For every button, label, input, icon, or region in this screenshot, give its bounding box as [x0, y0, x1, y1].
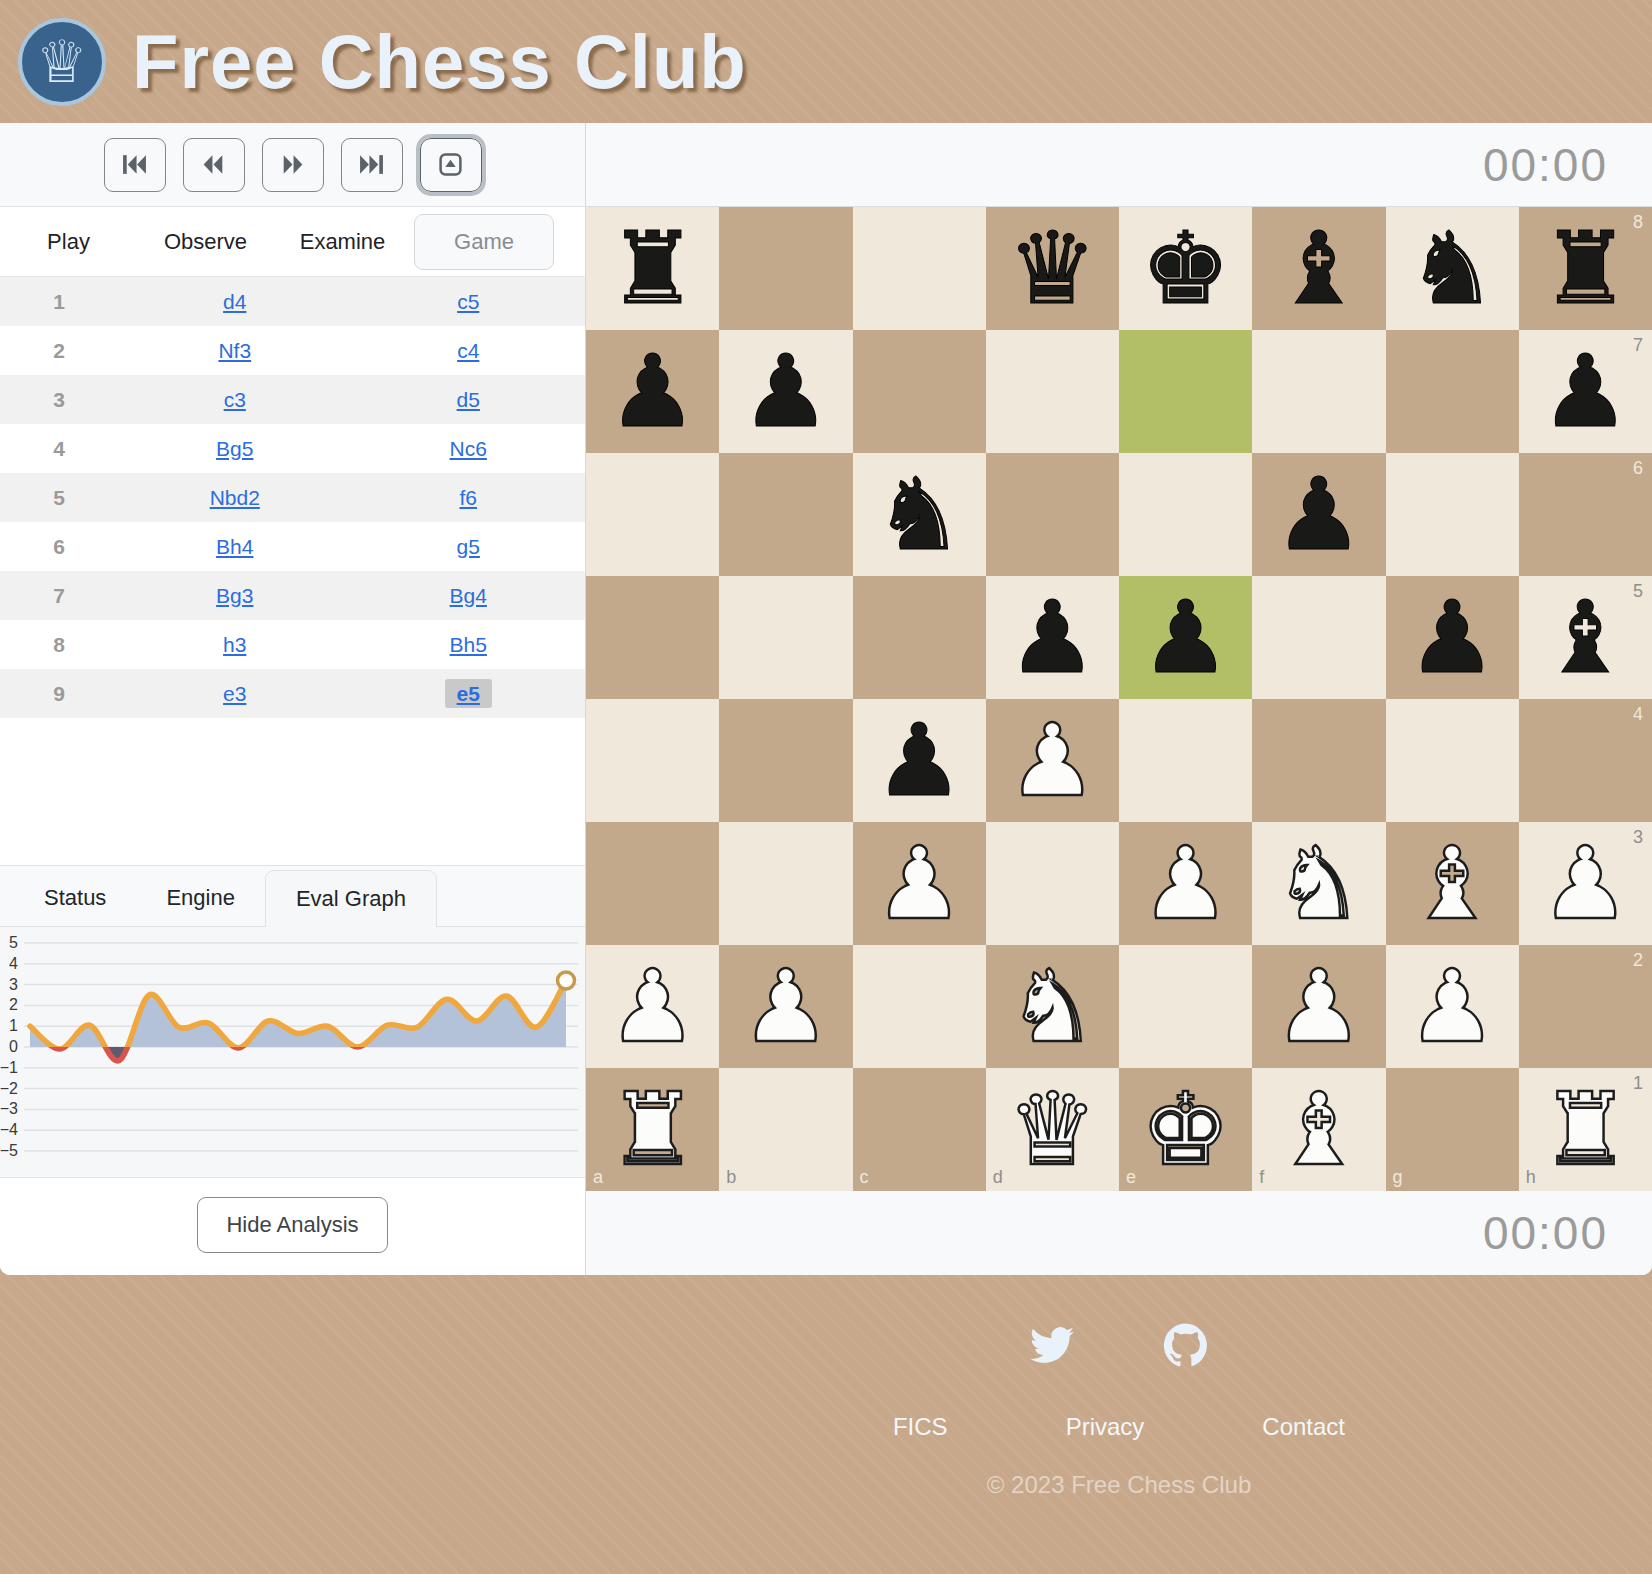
rank-label-7: 7 — [1633, 335, 1643, 356]
black-pawn: ♟ — [1141, 588, 1231, 688]
tab-engine[interactable]: Engine — [136, 870, 265, 926]
square-a5[interactable] — [586, 576, 719, 699]
move-row: 4Bg5Nc6 — [0, 424, 585, 473]
square-f7[interactable] — [1252, 330, 1385, 453]
move-cell: Bg5 — [118, 437, 352, 461]
tab-game[interactable]: Game — [411, 214, 557, 270]
footer-link-fics[interactable]: FICS — [893, 1413, 948, 1441]
black-queen: ♛ — [1008, 219, 1098, 319]
svg-text:−5: −5 — [0, 1142, 18, 1159]
move-cell: d5 — [352, 388, 586, 412]
move-cell: e5 — [352, 682, 586, 706]
rank-label-4: 4 — [1633, 704, 1643, 725]
square-d2[interactable]: ♞ — [986, 945, 1119, 1068]
square-h8[interactable]: 8♜ — [1519, 207, 1652, 330]
eval-current-marker[interactable] — [558, 972, 575, 989]
file-label-f: f — [1259, 1167, 1264, 1188]
square-a6[interactable] — [586, 453, 719, 576]
move-cell: Bh4 — [118, 535, 352, 559]
white-pawn: ♟ — [741, 957, 831, 1057]
black-rook: ♜ — [1541, 219, 1631, 319]
move-cell: Nbd2 — [118, 486, 352, 510]
black-knight: ♞ — [1407, 219, 1497, 319]
square-c7[interactable] — [853, 330, 986, 453]
square-g6[interactable] — [1386, 453, 1519, 576]
app-title: Free Chess Club — [132, 18, 747, 105]
previous-move-icon — [200, 152, 227, 177]
black-bishop: ♝ — [1274, 219, 1364, 319]
black-pawn: ♟ — [741, 342, 831, 442]
file-label-g: g — [1393, 1167, 1403, 1188]
square-b2[interactable]: ♟ — [719, 945, 852, 1068]
square-c6[interactable]: ♞ — [853, 453, 986, 576]
move-cell: h3 — [118, 633, 352, 657]
square-d3[interactable] — [986, 822, 1119, 945]
previous-move-button[interactable] — [183, 138, 245, 192]
black-pawn: ♟ — [608, 342, 698, 442]
analysis-tabs: Status Engine Eval Graph — [0, 865, 585, 927]
square-a1[interactable]: a♜ — [586, 1068, 719, 1191]
move-link[interactable]: c5 — [457, 290, 479, 313]
file-label-a: a — [593, 1167, 603, 1188]
white-queen: ♛ — [1008, 1080, 1098, 1180]
square-h1[interactable]: 1h♜ — [1519, 1068, 1652, 1191]
square-e3[interactable]: ♟ — [1119, 822, 1252, 945]
square-a2[interactable]: ♟ — [586, 945, 719, 1068]
move-cell: Nc6 — [352, 437, 586, 461]
move-row: 8h3Bh5 — [0, 620, 585, 669]
square-e4[interactable] — [1119, 699, 1252, 822]
square-d7[interactable] — [986, 330, 1119, 453]
move-link[interactable]: Bh4 — [216, 535, 253, 558]
move-cell: c3 — [118, 388, 352, 412]
rank-label-5: 5 — [1633, 581, 1643, 602]
square-d4[interactable]: ♟ — [986, 699, 1119, 822]
white-bishop: ♝ — [1274, 1080, 1364, 1180]
svg-text:−1: −1 — [0, 1059, 18, 1076]
move-cell: Bh5 — [352, 633, 586, 657]
move-link[interactable]: g5 — [457, 535, 480, 558]
footer-link-contact[interactable]: Contact — [1262, 1413, 1345, 1441]
square-h7[interactable]: 7♟ — [1519, 330, 1652, 453]
square-d6[interactable] — [986, 453, 1119, 576]
black-pawn: ♟ — [1541, 342, 1631, 442]
square-c4[interactable]: ♟ — [853, 699, 986, 822]
move-link[interactable]: c3 — [224, 388, 246, 411]
move-link[interactable]: c4 — [457, 339, 479, 362]
svg-text:4: 4 — [9, 955, 18, 972]
white-rook: ♜ — [608, 1080, 698, 1180]
board-panel: 00:00 ♜♛♚♝♞8♜♟♟7♟♞♟6♟♟♟5♝♟♟4♟♟♞♝3♟♟♟♞♟♟2… — [586, 123, 1652, 1275]
svg-text:−4: −4 — [0, 1121, 18, 1138]
tab-examine[interactable]: Examine — [274, 229, 411, 255]
move-number: 3 — [0, 388, 118, 412]
file-label-h: h — [1526, 1167, 1536, 1188]
square-f4[interactable] — [1252, 699, 1385, 822]
page-footer: FICS Privacy Contact © 2023 Free Chess C… — [0, 1275, 1652, 1574]
svg-text:2: 2 — [9, 996, 18, 1013]
move-link[interactable]: Bg5 — [216, 437, 253, 460]
white-pawn: ♟ — [1008, 711, 1098, 811]
square-c3[interactable]: ♟ — [853, 822, 986, 945]
file-label-d: d — [993, 1167, 1003, 1188]
square-a8[interactable]: ♜ — [586, 207, 719, 330]
copyright-text: © 2023 Free Chess Club — [987, 1471, 1251, 1499]
square-e1[interactable]: e♚ — [1119, 1068, 1252, 1191]
white-pawn: ♟ — [1407, 957, 1497, 1057]
move-link[interactable]: f6 — [459, 486, 477, 509]
square-c8[interactable] — [853, 207, 986, 330]
square-d1[interactable]: d♛ — [986, 1068, 1119, 1191]
square-h2[interactable]: 2 — [1519, 945, 1652, 1068]
mode-tabs: Play Observe Examine Game — [0, 207, 585, 277]
svg-text:1: 1 — [9, 1017, 18, 1034]
move-cell: d4 — [118, 290, 352, 314]
move-link[interactable]: d4 — [223, 290, 246, 313]
white-pawn: ♟ — [608, 957, 698, 1057]
black-knight: ♞ — [874, 465, 964, 565]
white-king: ♚ — [1141, 1080, 1231, 1180]
square-b6[interactable] — [719, 453, 852, 576]
black-pawn: ♟ — [874, 711, 964, 811]
black-pawn: ♟ — [1407, 588, 1497, 688]
black-bishop: ♝ — [1541, 588, 1631, 688]
black-clock: 00:00 — [1483, 138, 1608, 192]
square-g5[interactable]: ♟ — [1386, 576, 1519, 699]
rank-label-1: 1 — [1633, 1073, 1643, 1094]
svg-text:0: 0 — [9, 1038, 18, 1055]
top-clock-bar: 00:00 — [586, 123, 1652, 207]
black-pawn: ♟ — [1274, 465, 1364, 565]
move-number: 4 — [0, 437, 118, 461]
eval-graph-svg: 543210−1−2−3−4−5 — [0, 927, 586, 1177]
skip-to-last-icon — [358, 152, 385, 177]
white-bishop: ♝ — [1407, 834, 1497, 934]
move-cell: e3 — [118, 682, 352, 706]
move-number: 5 — [0, 486, 118, 510]
rank-label-6: 6 — [1633, 458, 1643, 479]
move-cell: f6 — [352, 486, 586, 510]
white-pawn: ♟ — [874, 834, 964, 934]
white-knight: ♞ — [1008, 957, 1098, 1057]
next-move-button[interactable] — [262, 138, 324, 192]
square-g8[interactable]: ♞ — [1386, 207, 1519, 330]
move-cell: Bg3 — [118, 584, 352, 608]
move-link[interactable]: Nf3 — [218, 339, 251, 362]
move-cell: c5 — [352, 290, 586, 314]
square-b7[interactable]: ♟ — [719, 330, 852, 453]
square-g2[interactable]: ♟ — [1386, 945, 1519, 1068]
svg-text:3: 3 — [9, 976, 18, 993]
crown-icon: ♕ — [18, 18, 106, 106]
square-d8[interactable]: ♛ — [986, 207, 1119, 330]
square-b4[interactable] — [719, 699, 852, 822]
eject-board-button[interactable] — [420, 138, 482, 192]
svg-text:−2: −2 — [0, 1080, 18, 1097]
move-number: 8 — [0, 633, 118, 657]
square-c5[interactable] — [853, 576, 986, 699]
svg-text:5: 5 — [9, 934, 18, 951]
move-row: 5Nbd2f6 — [0, 473, 585, 522]
square-f5[interactable] — [1252, 576, 1385, 699]
white-knight: ♞ — [1274, 834, 1364, 934]
square-f2[interactable]: ♟ — [1252, 945, 1385, 1068]
file-label-b: b — [726, 1167, 736, 1188]
black-rook: ♜ — [608, 219, 698, 319]
square-f3[interactable]: ♞ — [1252, 822, 1385, 945]
footer-link-privacy[interactable]: Privacy — [1066, 1413, 1145, 1441]
move-row: 1d4c5 — [0, 277, 585, 326]
square-f8[interactable]: ♝ — [1252, 207, 1385, 330]
move-row: 7Bg3Bg4 — [0, 571, 585, 620]
move-link[interactable]: e5 — [445, 679, 492, 708]
move-link[interactable]: h3 — [223, 633, 246, 656]
square-a3[interactable] — [586, 822, 719, 945]
square-g1[interactable]: g — [1386, 1068, 1519, 1191]
skip-to-first-icon — [121, 152, 148, 177]
move-navigation-toolbar — [0, 123, 585, 207]
move-link[interactable]: Bg3 — [216, 584, 253, 607]
move-list: 1d4c52Nf3c43c3d54Bg5Nc65Nbd2f66Bh4g57Bg3… — [0, 277, 585, 718]
move-link[interactable]: e3 — [223, 682, 246, 705]
app-header: ♕ Free Chess Club — [0, 0, 1652, 123]
move-number: 9 — [0, 682, 118, 706]
move-row: 9e3e5 — [0, 669, 585, 718]
square-c2[interactable] — [853, 945, 986, 1068]
left-panel-spacer — [0, 718, 585, 865]
chess-board: ♜♛♚♝♞8♜♟♟7♟♞♟6♟♟♟5♝♟♟4♟♟♞♝3♟♟♟♞♟♟2a♜bcd♛… — [586, 207, 1652, 1191]
tab-eval-graph[interactable]: Eval Graph — [265, 870, 437, 927]
main-content: Play Observe Examine Game 1d4c52Nf3c43c3… — [0, 123, 1652, 1275]
move-number: 2 — [0, 339, 118, 363]
move-number: 6 — [0, 535, 118, 559]
tab-observe[interactable]: Observe — [137, 229, 274, 255]
square-b3[interactable] — [719, 822, 852, 945]
square-b5[interactable] — [719, 576, 852, 699]
move-row: 6Bh4g5 — [0, 522, 585, 571]
file-label-e: e — [1126, 1167, 1136, 1188]
hide-analysis-button[interactable]: Hide Analysis — [197, 1197, 387, 1253]
square-e2[interactable] — [1119, 945, 1252, 1068]
move-link[interactable]: d5 — [457, 388, 480, 411]
skip-to-first-button[interactable] — [104, 138, 166, 192]
move-link[interactable]: Bg4 — [450, 584, 487, 607]
black-pawn: ♟ — [1008, 588, 1098, 688]
github-icon[interactable] — [1164, 1323, 1208, 1371]
black-king: ♚ — [1141, 219, 1231, 319]
square-b1[interactable]: b — [719, 1068, 852, 1191]
rank-label-2: 2 — [1633, 950, 1643, 971]
next-move-icon — [279, 152, 306, 177]
square-h4[interactable]: 4 — [1519, 699, 1652, 822]
square-e5[interactable]: ♟ — [1119, 576, 1252, 699]
social-links — [1030, 1323, 1208, 1371]
rank-label-3: 3 — [1633, 827, 1643, 848]
square-h6[interactable]: 6 — [1519, 453, 1652, 576]
footer-links: FICS Privacy Contact — [893, 1413, 1345, 1441]
square-f1[interactable]: f♝ — [1252, 1068, 1385, 1191]
move-cell: c4 — [352, 339, 586, 363]
move-link[interactable]: Bh5 — [450, 633, 487, 656]
square-a4[interactable] — [586, 699, 719, 822]
bottom-clock-bar: 00:00 — [586, 1191, 1652, 1275]
move-link[interactable]: Nbd2 — [210, 486, 260, 509]
square-d5[interactable]: ♟ — [986, 576, 1119, 699]
square-b8[interactable] — [719, 207, 852, 330]
eval-graph-chart[interactable]: 543210−1−2−3−4−5 — [0, 927, 585, 1177]
white-pawn: ♟ — [1141, 834, 1231, 934]
square-c1[interactable]: c — [853, 1068, 986, 1191]
left-panel: Play Observe Examine Game 1d4c52Nf3c43c3… — [0, 123, 586, 1275]
square-a7[interactable]: ♟ — [586, 330, 719, 453]
square-e6[interactable] — [1119, 453, 1252, 576]
square-e7[interactable] — [1119, 330, 1252, 453]
tab-status[interactable]: Status — [14, 870, 136, 926]
move-cell: Bg4 — [352, 584, 586, 608]
skip-to-last-button[interactable] — [341, 138, 403, 192]
square-e8[interactable]: ♚ — [1119, 207, 1252, 330]
twitter-icon[interactable] — [1030, 1323, 1074, 1371]
square-f6[interactable]: ♟ — [1252, 453, 1385, 576]
move-row: 3c3d5 — [0, 375, 585, 424]
svg-text:−3: −3 — [0, 1100, 18, 1117]
move-number: 1 — [0, 290, 118, 314]
square-g3[interactable]: ♝ — [1386, 822, 1519, 945]
eject-board-icon — [437, 152, 464, 177]
rank-label-8: 8 — [1633, 212, 1643, 233]
move-row: 2Nf3c4 — [0, 326, 585, 375]
move-link[interactable]: Nc6 — [450, 437, 487, 460]
square-h5[interactable]: 5♝ — [1519, 576, 1652, 699]
move-cell: g5 — [352, 535, 586, 559]
move-cell: Nf3 — [118, 339, 352, 363]
white-rook: ♜ — [1541, 1080, 1631, 1180]
square-g7[interactable] — [1386, 330, 1519, 453]
white-pawn: ♟ — [1274, 957, 1364, 1057]
square-h3[interactable]: 3♟ — [1519, 822, 1652, 945]
hide-analysis-row: Hide Analysis — [0, 1177, 585, 1275]
white-clock: 00:00 — [1483, 1206, 1608, 1260]
white-pawn: ♟ — [1541, 834, 1631, 934]
file-label-c: c — [860, 1167, 869, 1188]
move-number: 7 — [0, 584, 118, 608]
tab-play[interactable]: Play — [0, 229, 137, 255]
square-g4[interactable] — [1386, 699, 1519, 822]
